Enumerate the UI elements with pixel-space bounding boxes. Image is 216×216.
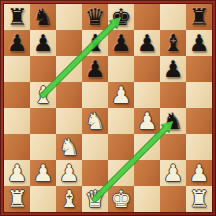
square-h4[interactable] [186, 108, 212, 134]
square-a6[interactable] [4, 56, 30, 82]
square-a4[interactable] [4, 108, 30, 134]
square-g6[interactable]: ♟ [160, 56, 186, 82]
black-knight-b8-icon[interactable]: ♞ [33, 4, 54, 30]
square-g2[interactable]: ♟ [160, 160, 186, 186]
square-e6[interactable] [108, 56, 134, 82]
white-pawn-f4-icon[interactable]: ♟ [137, 108, 158, 134]
square-h6[interactable] [186, 56, 212, 82]
square-c3[interactable]: ♞ [56, 134, 82, 160]
black-bishop-d7-icon[interactable]: ♝ [85, 30, 106, 56]
square-h8[interactable]: ♜ [186, 4, 212, 30]
square-c8[interactable] [56, 4, 82, 30]
square-e4[interactable] [108, 108, 134, 134]
square-f2[interactable] [134, 160, 160, 186]
square-f5[interactable] [134, 82, 160, 108]
square-e1[interactable]: ♚ [108, 186, 134, 212]
square-f4[interactable]: ♟ [134, 108, 160, 134]
square-b1[interactable] [30, 186, 56, 212]
square-b3[interactable] [30, 134, 56, 160]
black-pawn-h7-icon[interactable]: ♟ [189, 30, 210, 56]
white-bishop-c1-icon[interactable]: ♝ [59, 186, 80, 212]
square-e2[interactable] [108, 160, 134, 186]
square-h3[interactable] [186, 134, 212, 160]
white-pawn-c2-icon[interactable]: ♟ [59, 160, 80, 186]
white-bishop-b5-icon[interactable]: ♝ [33, 82, 54, 108]
square-d6[interactable]: ♟ [82, 56, 108, 82]
white-pawn-e5-icon[interactable]: ♟ [111, 82, 132, 108]
square-d4[interactable]: ♞ [82, 108, 108, 134]
white-knight-c3-icon[interactable]: ♞ [59, 134, 80, 160]
square-b5[interactable]: ♝ [30, 82, 56, 108]
square-d8[interactable]: ♛ [82, 4, 108, 30]
square-d7[interactable]: ♝ [82, 30, 108, 56]
white-pawn-a2-icon[interactable]: ♟ [7, 160, 28, 186]
white-queen-d1-icon[interactable]: ♛ [85, 186, 106, 212]
square-c2[interactable]: ♟ [56, 160, 82, 186]
square-b8[interactable]: ♞ [30, 4, 56, 30]
square-d5[interactable] [82, 82, 108, 108]
square-h2[interactable]: ♟ [186, 160, 212, 186]
square-a8[interactable]: ♜ [4, 4, 30, 30]
white-pawn-h2-icon[interactable]: ♟ [189, 160, 210, 186]
square-c4[interactable] [56, 108, 82, 134]
black-queen-d8-icon[interactable]: ♛ [85, 4, 106, 30]
square-a3[interactable] [4, 134, 30, 160]
square-f8[interactable] [134, 4, 160, 30]
black-pawn-b7-icon[interactable]: ♟ [33, 30, 54, 56]
white-rook-a1-icon[interactable]: ♜ [7, 186, 28, 212]
white-knight-d4-icon[interactable]: ♞ [85, 108, 106, 134]
square-g4[interactable]: ♞ [160, 108, 186, 134]
black-pawn-e7-icon[interactable]: ♟ [111, 30, 132, 56]
square-a1[interactable]: ♜ [4, 186, 30, 212]
square-e3[interactable] [108, 134, 134, 160]
square-h1[interactable]: ♜ [186, 186, 212, 212]
square-a2[interactable]: ♟ [4, 160, 30, 186]
black-rook-h8-icon[interactable]: ♜ [189, 4, 210, 30]
black-pawn-a7-icon[interactable]: ♟ [7, 30, 28, 56]
square-b2[interactable]: ♟ [30, 160, 56, 186]
square-g8[interactable] [160, 4, 186, 30]
square-h5[interactable] [186, 82, 212, 108]
white-rook-h1-icon[interactable]: ♜ [189, 186, 210, 212]
square-f3[interactable] [134, 134, 160, 160]
square-h7[interactable]: ♟ [186, 30, 212, 56]
square-c6[interactable] [56, 56, 82, 82]
black-bishop-g7-icon[interactable]: ♝ [163, 30, 184, 56]
black-rook-a8-icon[interactable]: ♜ [7, 4, 28, 30]
square-e7[interactable]: ♟ [108, 30, 134, 56]
chess-board: ♜♞♛♚♜♟♟♝♟♟♝♟♟♟♝♟♞♟♞♞♟♟♟♟♟♜♝♛♚♜ [0, 0, 216, 216]
square-g1[interactable] [160, 186, 186, 212]
square-e8[interactable]: ♚ [108, 4, 134, 30]
square-f1[interactable] [134, 186, 160, 212]
square-e5[interactable]: ♟ [108, 82, 134, 108]
black-knight-g4-icon[interactable]: ♞ [163, 108, 184, 134]
square-b4[interactable] [30, 108, 56, 134]
black-pawn-d6-icon[interactable]: ♟ [85, 56, 106, 82]
square-c7[interactable] [56, 30, 82, 56]
square-a7[interactable]: ♟ [4, 30, 30, 56]
square-f7[interactable]: ♟ [134, 30, 160, 56]
board-grid: ♜♞♛♚♜♟♟♝♟♟♝♟♟♟♝♟♞♟♞♞♟♟♟♟♟♜♝♛♚♜ [4, 4, 212, 212]
square-d3[interactable] [82, 134, 108, 160]
square-c5[interactable] [56, 82, 82, 108]
white-pawn-b2-icon[interactable]: ♟ [33, 160, 54, 186]
black-king-e8-icon[interactable]: ♚ [111, 4, 132, 30]
square-g3[interactable] [160, 134, 186, 160]
square-g7[interactable]: ♝ [160, 30, 186, 56]
white-pawn-g2-icon[interactable]: ♟ [163, 160, 184, 186]
square-f6[interactable] [134, 56, 160, 82]
square-c1[interactable]: ♝ [56, 186, 82, 212]
square-b6[interactable] [30, 56, 56, 82]
square-a5[interactable] [4, 82, 30, 108]
black-pawn-g6-icon[interactable]: ♟ [163, 56, 184, 82]
black-pawn-f7-icon[interactable]: ♟ [137, 30, 158, 56]
square-d2[interactable] [82, 160, 108, 186]
square-b7[interactable]: ♟ [30, 30, 56, 56]
square-d1[interactable]: ♛ [82, 186, 108, 212]
square-g5[interactable] [160, 82, 186, 108]
white-king-e1-icon[interactable]: ♚ [111, 186, 132, 212]
